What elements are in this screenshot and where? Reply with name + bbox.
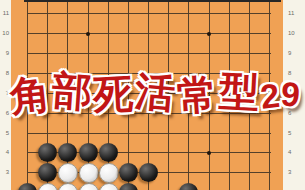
grid-line-horizontal [28, 53, 271, 54]
top-crop-line [24, 0, 281, 2]
coordinate-label: 11 [288, 10, 294, 17]
white-stone [99, 163, 119, 183]
black-stone [38, 143, 57, 162]
coordinate-label: 10 [2, 30, 9, 37]
black-stone [58, 143, 77, 162]
coordinate-label: 5 [288, 130, 291, 137]
coordinate-label: 7 [6, 90, 9, 97]
coordinate-label: 3 [6, 169, 9, 176]
star-point [207, 151, 211, 155]
go-app-screen: 11109876543 11109876543 角部死活常型29 [0, 0, 305, 190]
title-char: 角 [8, 73, 52, 117]
coordinate-label: 3 [288, 169, 291, 176]
black-stone [18, 183, 37, 190]
title-char: 2 [259, 78, 282, 114]
coordinate-label: 9 [288, 50, 291, 57]
star-point [207, 32, 211, 36]
title-char: 死 [93, 73, 135, 115]
black-stone [99, 143, 118, 162]
white-stone [79, 163, 99, 183]
white-stone [58, 183, 78, 190]
black-stone [119, 183, 138, 190]
white-stone [99, 183, 119, 190]
grid-line-horizontal [28, 13, 271, 14]
coordinate-label: 11 [3, 10, 9, 17]
black-stone [119, 163, 138, 182]
white-stone [58, 163, 78, 183]
coordinate-label: 4 [288, 149, 291, 156]
title-char: 型 [218, 70, 260, 112]
title-char: 部 [51, 70, 94, 113]
coordinate-label: 9 [6, 50, 9, 57]
star-point [86, 32, 90, 36]
coordinate-label: 5 [6, 130, 9, 137]
grid-line-horizontal [28, 33, 271, 34]
coordinate-label: 10 [288, 30, 295, 37]
white-stone [79, 183, 99, 190]
title-overlay: 角部死活常型29 [10, 64, 300, 122]
title-char: 活 [134, 70, 177, 113]
title-char: 常 [176, 74, 219, 117]
white-stone [38, 183, 58, 190]
black-stone [38, 163, 57, 182]
black-stone [139, 163, 158, 182]
coordinate-label: 6 [6, 110, 9, 117]
black-stone [79, 143, 98, 162]
grid-line-horizontal [28, 133, 271, 134]
coordinate-label: 4 [6, 149, 9, 156]
title-char: 9 [280, 76, 302, 112]
black-stone [179, 183, 198, 190]
